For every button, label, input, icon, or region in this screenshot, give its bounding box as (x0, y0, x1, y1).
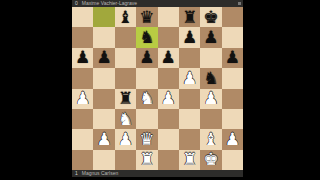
square-e1 (158, 150, 179, 170)
square-g6 (200, 48, 221, 68)
video-frame: 0 Maxime Vachier-Lagrave ♝♛♜♚♞♟♟♟♟♟♟♟♟♞♟… (0, 0, 320, 180)
piece-white-knight: ♞ (118, 110, 133, 127)
square-e2 (158, 129, 179, 149)
piece-black-pawn: ♟ (203, 29, 218, 46)
chess-board: ♝♛♜♚♞♟♟♟♟♟♟♟♟♞♟♜♞♟♟♞♟♟♛♝♟♜♜♚ (72, 7, 243, 170)
square-h7 (222, 27, 243, 47)
square-h4 (222, 89, 243, 109)
square-g8: ♚ (200, 7, 221, 27)
bottom-player-name: Magnus Carlsen (82, 170, 118, 177)
piece-black-rook: ♜ (118, 90, 133, 107)
top-player-score: 0 (75, 0, 78, 7)
square-c8: ♝ (115, 7, 136, 27)
piece-black-queen: ♛ (139, 8, 154, 25)
piece-white-pawn: ♟ (96, 130, 111, 147)
bottom-player-score: 1 (75, 170, 78, 177)
square-b2: ♟ (93, 129, 114, 149)
piece-black-pawn: ♟ (139, 49, 154, 66)
piece-white-pawn: ♟ (182, 69, 197, 86)
square-f7: ♟ (179, 27, 200, 47)
square-h3 (222, 109, 243, 129)
square-d7: ♞ (136, 27, 157, 47)
piece-white-king: ♚ (203, 151, 218, 168)
piece-black-knight: ♞ (203, 69, 218, 86)
square-c2: ♟ (115, 129, 136, 149)
square-a4: ♟ (72, 89, 93, 109)
square-e5 (158, 68, 179, 88)
piece-black-pawn: ♟ (96, 49, 111, 66)
piece-white-queen: ♛ (139, 130, 154, 147)
piece-white-pawn: ♟ (75, 90, 90, 107)
piece-white-pawn: ♟ (203, 90, 218, 107)
square-h6: ♟ (222, 48, 243, 68)
square-f1: ♜ (179, 150, 200, 170)
piece-white-bishop: ♝ (203, 130, 218, 147)
square-d4: ♞ (136, 89, 157, 109)
square-h1 (222, 150, 243, 170)
square-b1 (93, 150, 114, 170)
square-a5 (72, 68, 93, 88)
square-g2: ♝ (200, 129, 221, 149)
square-d2: ♛ (136, 129, 157, 149)
piece-black-pawn: ♟ (161, 49, 176, 66)
piece-black-bishop: ♝ (118, 8, 133, 25)
piece-white-rook: ♜ (139, 151, 154, 168)
square-c1 (115, 150, 136, 170)
piece-white-rook: ♜ (182, 151, 197, 168)
square-c7 (115, 27, 136, 47)
square-g1: ♚ (200, 150, 221, 170)
square-d3 (136, 109, 157, 129)
square-c5 (115, 68, 136, 88)
square-b5 (93, 68, 114, 88)
square-f6 (179, 48, 200, 68)
piece-white-pawn: ♟ (118, 130, 133, 147)
square-a6: ♟ (72, 48, 93, 68)
square-b7 (93, 27, 114, 47)
square-f4 (179, 89, 200, 109)
square-b8 (93, 7, 114, 27)
square-h2: ♟ (222, 129, 243, 149)
square-f8: ♜ (179, 7, 200, 27)
square-c6 (115, 48, 136, 68)
top-player-name: Maxime Vachier-Lagrave (82, 0, 137, 7)
square-g5: ♞ (200, 68, 221, 88)
square-a8 (72, 7, 93, 27)
square-h8 (222, 7, 243, 27)
square-f2 (179, 129, 200, 149)
piece-white-pawn: ♟ (161, 90, 176, 107)
square-e7 (158, 27, 179, 47)
square-a1 (72, 150, 93, 170)
square-c3: ♞ (115, 109, 136, 129)
piece-white-knight: ♞ (139, 90, 154, 107)
square-d1: ♜ (136, 150, 157, 170)
square-b4 (93, 89, 114, 109)
square-b3 (93, 109, 114, 129)
top-player-bar: 0 Maxime Vachier-Lagrave (72, 0, 243, 7)
square-h5 (222, 68, 243, 88)
square-a2 (72, 129, 93, 149)
bottom-player-bar: 1 Magnus Carlsen (72, 170, 243, 177)
square-c4: ♜ (115, 89, 136, 109)
piece-black-king: ♚ (203, 8, 218, 25)
square-e3 (158, 109, 179, 129)
square-g3 (200, 109, 221, 129)
square-a7 (72, 27, 93, 47)
square-d5 (136, 68, 157, 88)
bar-corner-indicator (238, 2, 241, 5)
piece-black-knight: ♞ (139, 29, 154, 46)
piece-black-rook: ♜ (182, 8, 197, 25)
piece-black-pawn: ♟ (182, 29, 197, 46)
square-a3 (72, 109, 93, 129)
piece-white-pawn: ♟ (225, 130, 240, 147)
piece-black-pawn: ♟ (75, 49, 90, 66)
square-f5: ♟ (179, 68, 200, 88)
square-e8 (158, 7, 179, 27)
square-f3 (179, 109, 200, 129)
square-e4: ♟ (158, 89, 179, 109)
piece-black-pawn: ♟ (225, 49, 240, 66)
square-e6: ♟ (158, 48, 179, 68)
square-g7: ♟ (200, 27, 221, 47)
square-d8: ♛ (136, 7, 157, 27)
square-d6: ♟ (136, 48, 157, 68)
square-g4: ♟ (200, 89, 221, 109)
square-b6: ♟ (93, 48, 114, 68)
